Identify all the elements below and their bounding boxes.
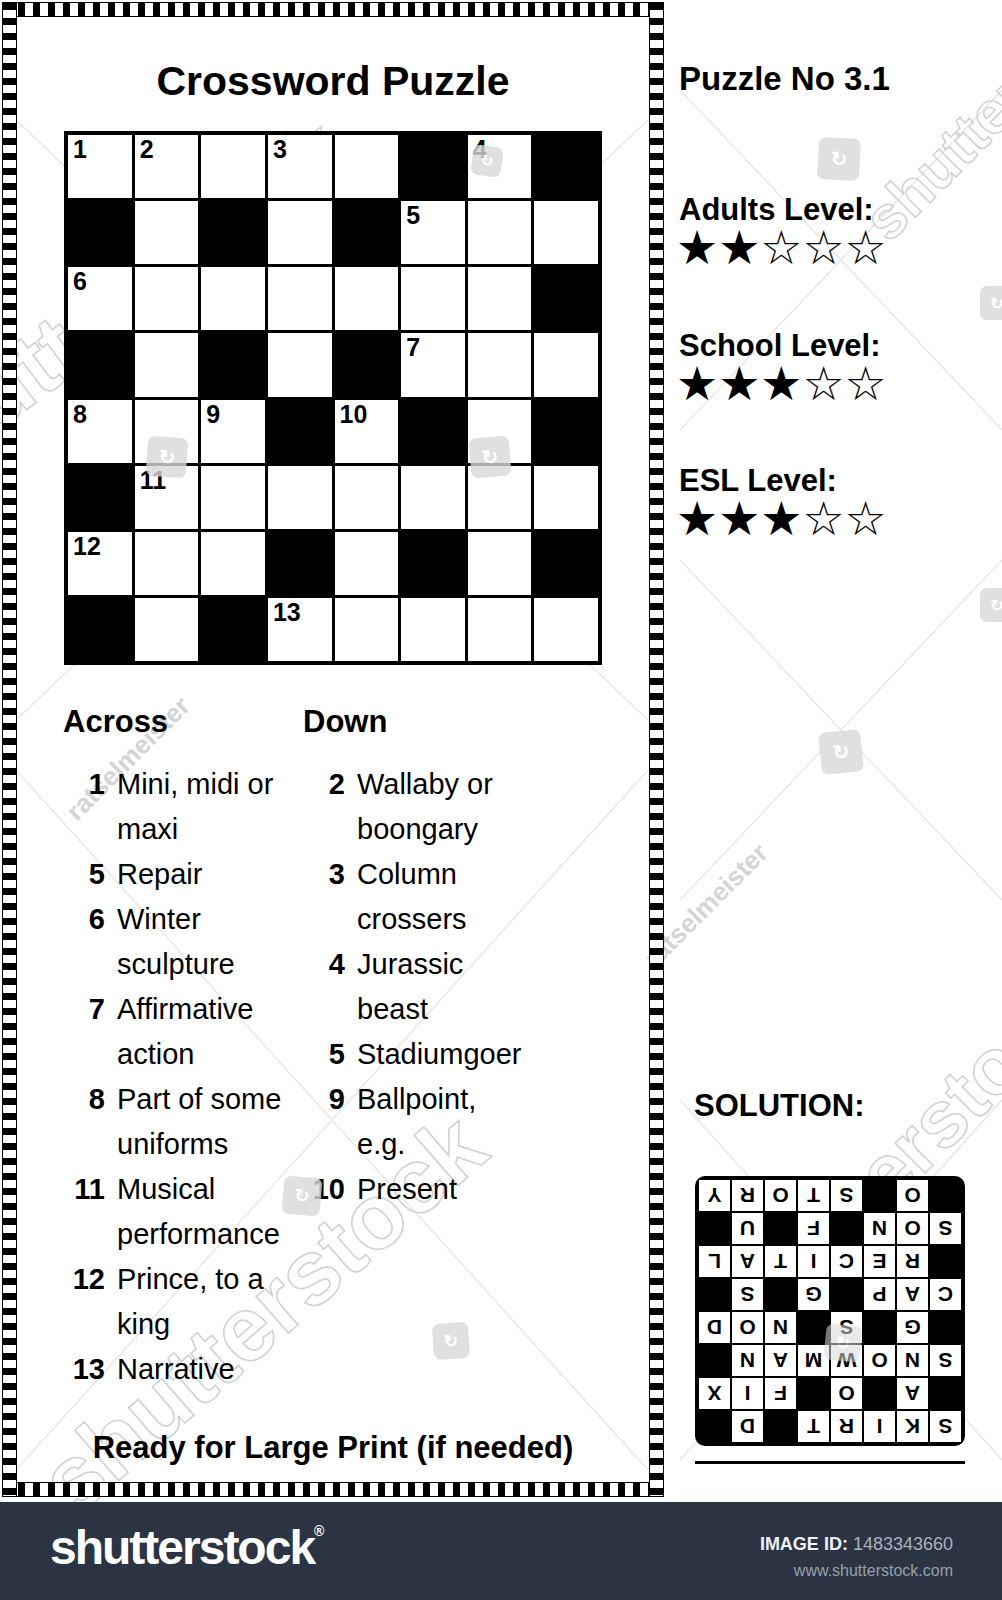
across-clue-list: 1Mini, midi or maxi5Repair6Winter sculpt… — [63, 762, 307, 1392]
grid-cell-r5c7 — [468, 400, 532, 463]
cell-number: 10 — [340, 402, 368, 427]
grid-cell-r8c2 — [135, 598, 199, 661]
clue-item: 10Present — [303, 1167, 531, 1212]
grid-cell-r4c6: 7 — [401, 333, 465, 396]
grid-cell-r2c2: A — [897, 1378, 928, 1409]
grid-cell-r5c1: C — [930, 1279, 961, 1310]
grid-cell-r1c1: 1 — [68, 135, 132, 198]
grid-cell-r6c6: T — [765, 1246, 796, 1277]
clue-text: Part of some uniforms — [117, 1077, 307, 1167]
grid-cell-r2c6: 5 — [401, 201, 465, 264]
solution-letter: S — [831, 1312, 862, 1343]
cell-number: 3 — [273, 137, 287, 162]
cell-number: 6 — [73, 269, 87, 294]
grid-cell-r5c6 — [765, 1279, 796, 1310]
clue-number: 11 — [63, 1167, 117, 1257]
clue-text: Prince, to a king — [117, 1257, 307, 1347]
grid-cell-r5c2 — [135, 400, 199, 463]
grid-cell-r3c5 — [335, 267, 399, 330]
clue-number: 5 — [303, 1032, 357, 1077]
grid-cell-r2c8 — [534, 201, 598, 264]
clue-text: Repair — [117, 852, 307, 897]
image-id: IMAGE ID: 1483343660 — [760, 1534, 953, 1555]
grid-cell-r4c3 — [864, 1312, 895, 1343]
grid-cell-r2c5 — [335, 201, 399, 264]
grid-cell-r7c5 — [335, 532, 399, 595]
clue-item: 9Ballpoint, e.g. — [303, 1077, 531, 1167]
shutterstock-logo: shutterstock® — [50, 1520, 324, 1575]
large-print-note: Ready for Large Print (if needed) — [16, 1430, 650, 1466]
cell-number: 9 — [206, 402, 220, 427]
solution-letter: N — [765, 1312, 796, 1343]
solution-letter: S — [732, 1279, 763, 1310]
clue-text: Affirmative action — [117, 987, 307, 1077]
stock-image-page: shutterstock shutterstock shutterstock s… — [0, 0, 1002, 1600]
puzzle-number: Puzzle No 3.1 — [679, 60, 890, 98]
grid-cell-r3c1: S — [930, 1345, 961, 1376]
shutterstock-footer-bar: shutterstock® IMAGE ID: 1483343660 www.s… — [0, 1502, 1002, 1600]
watermark-logo-icon: ↻ — [432, 1322, 470, 1360]
grid-cell-r6c3: E — [864, 1246, 895, 1277]
grid-cell-r5c4 — [831, 1279, 862, 1310]
grid-cell-r5c6 — [401, 400, 465, 463]
clue-item: 5Stadiumgoer — [303, 1032, 531, 1077]
solution-letter: C — [930, 1279, 961, 1310]
solution-letter: N — [897, 1345, 928, 1376]
solution-letter: F — [798, 1213, 829, 1244]
solution-underline — [695, 1461, 965, 1464]
grid-cell-r3c8 — [699, 1345, 730, 1376]
solution-letter: O — [732, 1312, 763, 1343]
grid-cell-r1c5 — [335, 135, 399, 198]
grid-cell-r8c5 — [335, 598, 399, 661]
school-level-stars: ★★★☆☆ — [676, 360, 887, 407]
solution-letter: U — [732, 1213, 763, 1244]
grid-cell-r3c2 — [135, 267, 199, 330]
grid-cell-r7c8 — [699, 1213, 730, 1244]
grid-cell-r3c1: 6 — [68, 267, 132, 330]
solution-letter: O — [864, 1345, 895, 1376]
clue-text: Mini, midi or maxi — [117, 762, 307, 852]
solution-grid: SKIRTDAOFIXSNOWMANGSNODCAPGSRECITALSONFU… — [695, 1176, 965, 1446]
clue-item: 5Repair — [63, 852, 307, 897]
grid-cell-r5c1: 8 — [68, 400, 132, 463]
grid-cell-r2c5 — [798, 1378, 829, 1409]
cell-number: 8 — [73, 402, 87, 427]
solution-letter: I — [864, 1411, 895, 1442]
grid-cell-r3c8 — [534, 267, 598, 330]
clue-item: 12Prince, to a king — [63, 1257, 307, 1347]
grid-cell-r8c7 — [468, 598, 532, 661]
grid-cell-r1c8 — [534, 135, 598, 198]
grid-cell-r2c6: F — [765, 1378, 796, 1409]
grid-cell-r4c3 — [201, 333, 265, 396]
across-header: Across — [63, 704, 307, 740]
crossword-grid: 12345678910111213 — [64, 131, 602, 665]
clue-text: Musical performance — [117, 1167, 307, 1257]
down-header: Down — [303, 704, 531, 740]
grid-cell-r4c5 — [798, 1312, 829, 1343]
watermark-logo-icon: ↻ — [980, 286, 1002, 320]
grid-cell-r7c5: F — [798, 1213, 829, 1244]
solution-letter: D — [699, 1312, 730, 1343]
solution-letter: I — [798, 1246, 829, 1277]
solution-letter: I — [732, 1378, 763, 1409]
clue-number: 13 — [63, 1347, 117, 1392]
clue-item: 4Jurassic beast — [303, 942, 531, 1032]
solution-letter: L — [699, 1246, 730, 1277]
solution-letter: N — [732, 1345, 763, 1376]
grid-cell-r3c4: W — [831, 1345, 862, 1376]
solution-letter: G — [897, 1312, 928, 1343]
solution-heading: SOLUTION: — [694, 1088, 865, 1124]
grid-cell-r6c1 — [68, 466, 132, 529]
grid-cell-r8c4: 13 — [268, 598, 332, 661]
grid-cell-r7c2 — [135, 532, 199, 595]
clue-number: 4 — [303, 942, 357, 1032]
solution-letter: T — [765, 1246, 796, 1277]
grid-cell-r5c5: 10 — [335, 400, 399, 463]
solution-letter: A — [897, 1279, 928, 1310]
adults-level-stars: ★★☆☆☆ — [676, 224, 887, 271]
grid-cell-r2c8: X — [699, 1378, 730, 1409]
grid-cell-r8c1 — [68, 598, 132, 661]
grid-cell-r8c3 — [201, 598, 265, 661]
grid-cell-r3c7: N — [732, 1345, 763, 1376]
cell-number: 1 — [73, 137, 87, 162]
grid-cell-r1c7: 4 — [468, 135, 532, 198]
grid-cell-r3c2: N — [897, 1345, 928, 1376]
solution-letter: S — [930, 1345, 961, 1376]
grid-cell-r4c6: N — [765, 1312, 796, 1343]
grid-cell-r5c3: 9 — [201, 400, 265, 463]
solution-letter: R — [897, 1246, 928, 1277]
clue-number: 1 — [63, 762, 117, 852]
cell-number: 7 — [406, 335, 420, 360]
grid-cell-r6c1 — [930, 1246, 961, 1277]
clue-number: 2 — [303, 762, 357, 852]
checkered-border-left — [2, 2, 17, 1497]
grid-cell-r3c6: A — [765, 1345, 796, 1376]
solution-letter: Y — [699, 1180, 730, 1211]
grid-cell-r1c4: R — [831, 1411, 862, 1442]
solution-letter: W — [831, 1345, 862, 1376]
checkered-border-top — [2, 2, 664, 17]
esl-level-stars: ★★★☆☆ — [676, 495, 887, 542]
clue-item: 6Winter sculpture — [63, 897, 307, 987]
grid-cell-r6c3 — [201, 466, 265, 529]
grid-cell-r5c2: A — [897, 1279, 928, 1310]
clue-text: Winter sculpture — [117, 897, 307, 987]
grid-cell-r4c8: D — [699, 1312, 730, 1343]
cell-number: 13 — [273, 600, 301, 625]
solution-letter: N — [864, 1213, 895, 1244]
grid-cell-r2c4 — [268, 201, 332, 264]
grid-cell-r1c2: 2 — [135, 135, 199, 198]
grid-cell-r6c6 — [401, 466, 465, 529]
clue-text: Present — [357, 1167, 531, 1212]
grid-cell-r6c8: L — [699, 1246, 730, 1277]
cell-number: 11 — [140, 468, 166, 493]
watermark-logo-icon: ↻ — [980, 588, 1002, 622]
grid-cell-r6c2: R — [897, 1246, 928, 1277]
grid-cell-r7c2: O — [897, 1213, 928, 1244]
grid-cell-r6c7 — [468, 466, 532, 529]
cell-number: 2 — [140, 137, 154, 162]
clue-text: Jurassic beast — [357, 942, 531, 1032]
registered-mark: ® — [314, 1523, 324, 1539]
grid-cell-r8c6 — [401, 598, 465, 661]
grid-cell-r8c3 — [864, 1180, 895, 1211]
solution-letter: A — [897, 1378, 928, 1409]
clue-item: 11Musical performance — [63, 1167, 307, 1257]
clue-item: 13Narrative — [63, 1347, 307, 1392]
grid-cell-r1c5: T — [798, 1411, 829, 1442]
solution-letter: F — [765, 1378, 796, 1409]
checkered-border-right — [649, 2, 664, 1497]
solution-letter: C — [831, 1246, 862, 1277]
grid-cell-r3c4 — [268, 267, 332, 330]
clue-number: 8 — [63, 1077, 117, 1167]
grid-cell-r4c4: S — [831, 1312, 862, 1343]
grid-cell-r8c2: O — [897, 1180, 928, 1211]
grid-cell-r6c4 — [268, 466, 332, 529]
grid-cell-r6c4: C — [831, 1246, 862, 1277]
solution-letter: E — [864, 1246, 895, 1277]
solution-letter: D — [732, 1411, 763, 1442]
clue-item: 1Mini, midi or maxi — [63, 762, 307, 852]
grid-cell-r5c4 — [268, 400, 332, 463]
grid-cell-r1c3: I — [864, 1411, 895, 1442]
grid-cell-r8c5: T — [798, 1180, 829, 1211]
grid-cell-r5c5: G — [798, 1279, 829, 1310]
clue-item: 8Part of some uniforms — [63, 1077, 307, 1167]
grid-cell-r7c3 — [201, 532, 265, 595]
grid-cell-r7c4 — [831, 1213, 862, 1244]
grid-cell-r2c3 — [201, 201, 265, 264]
grid-cell-r4c7 — [468, 333, 532, 396]
grid-cell-r3c7 — [468, 267, 532, 330]
grid-cell-r4c1 — [930, 1312, 961, 1343]
grid-cell-r4c1 — [68, 333, 132, 396]
grid-cell-r5c8 — [699, 1279, 730, 1310]
solution-letter: K — [897, 1411, 928, 1442]
grid-cell-r7c8 — [534, 532, 598, 595]
clue-number: 9 — [303, 1077, 357, 1167]
watermark-logo-icon: ↻ — [818, 729, 864, 775]
grid-cell-r8c8 — [534, 598, 598, 661]
across-clues: Across 1Mini, midi or maxi5Repair6Winter… — [63, 704, 307, 1392]
solution-letter: O — [897, 1213, 928, 1244]
grid-cell-r6c5: I — [798, 1246, 829, 1277]
clue-text: Wallaby or boongary — [357, 762, 531, 852]
grid-cell-r1c6 — [765, 1411, 796, 1442]
solution-letter: G — [798, 1279, 829, 1310]
grid-cell-r7c7: U — [732, 1213, 763, 1244]
solution-letter: P — [864, 1279, 895, 1310]
cell-number: 12 — [73, 534, 101, 559]
grid-cell-r1c2: K — [897, 1411, 928, 1442]
clue-number: 3 — [303, 852, 357, 942]
clue-text: Narrative — [117, 1347, 307, 1392]
grid-cell-r1c8 — [699, 1411, 730, 1442]
grid-cell-r7c1: 12 — [68, 532, 132, 595]
cell-number: 5 — [406, 203, 420, 228]
solution-letter: S — [930, 1213, 961, 1244]
clue-item: 3Column crossers — [303, 852, 531, 942]
grid-cell-r3c3: O — [864, 1345, 895, 1376]
grid-cell-r2c7: I — [732, 1378, 763, 1409]
grid-cell-r2c1 — [68, 201, 132, 264]
grid-cell-r6c8 — [534, 466, 598, 529]
clue-text: Stadiumgoer — [357, 1032, 531, 1077]
solution-letter: O — [765, 1180, 796, 1211]
grid-cell-r4c5 — [335, 333, 399, 396]
grid-cell-r1c7: D — [732, 1411, 763, 1442]
grid-cell-r8c8: Y — [699, 1180, 730, 1211]
grid-cell-r2c4: O — [831, 1378, 862, 1409]
grid-cell-r7c3: N — [864, 1213, 895, 1244]
checkered-border-bottom — [2, 1482, 664, 1497]
grid-cell-r5c8 — [534, 400, 598, 463]
grid-cell-r7c4 — [268, 532, 332, 595]
page-title: Crossword Puzzle — [16, 58, 650, 105]
solution-letter: S — [930, 1411, 961, 1442]
clue-number: 6 — [63, 897, 117, 987]
grid-cell-r6c7: A — [732, 1246, 763, 1277]
solution-letter: O — [831, 1378, 862, 1409]
grid-cell-r8c1 — [930, 1180, 961, 1211]
grid-cell-r8c6: O — [765, 1180, 796, 1211]
grid-cell-r2c2 — [135, 201, 199, 264]
grid-cell-r1c6 — [401, 135, 465, 198]
grid-cell-r5c3: P — [864, 1279, 895, 1310]
grid-cell-r2c3 — [864, 1378, 895, 1409]
grid-cell-r2c7 — [468, 201, 532, 264]
solution-letter: O — [897, 1180, 928, 1211]
grid-cell-r7c6 — [401, 532, 465, 595]
down-clues: Down 2Wallaby or boongary3Column crosser… — [303, 704, 531, 1212]
grid-cell-r7c6 — [765, 1213, 796, 1244]
grid-cell-r4c4 — [268, 333, 332, 396]
grid-cell-r1c1: S — [930, 1411, 961, 1442]
clue-text: Ballpoint, e.g. — [357, 1077, 531, 1167]
grid-cell-r8c7: R — [732, 1180, 763, 1211]
solution-letter: A — [765, 1345, 796, 1376]
clue-number: 12 — [63, 1257, 117, 1347]
grid-cell-r3c3 — [201, 267, 265, 330]
grid-cell-r4c2 — [135, 333, 199, 396]
grid-cell-r1c3 — [201, 135, 265, 198]
grid-cell-r3c6 — [401, 267, 465, 330]
solution-letter: M — [798, 1345, 829, 1376]
clue-number: 5 — [63, 852, 117, 897]
grid-cell-r1c4: 3 — [268, 135, 332, 198]
grid-cell-r6c2: 11 — [135, 466, 199, 529]
clue-number: 7 — [63, 987, 117, 1077]
grid-cell-r8c4: S — [831, 1180, 862, 1211]
down-clue-list: 2Wallaby or boongary3Column crossers4Jur… — [303, 762, 531, 1212]
solution-letter: T — [798, 1180, 829, 1211]
grid-cell-r3c5: M — [798, 1345, 829, 1376]
solution-letter: S — [831, 1180, 862, 1211]
solution-letter: T — [798, 1411, 829, 1442]
cell-number: 4 — [473, 137, 487, 162]
grid-cell-r4c8 — [534, 333, 598, 396]
grid-cell-r7c1: S — [930, 1213, 961, 1244]
solution-letter: R — [831, 1411, 862, 1442]
grid-cell-r5c7: S — [732, 1279, 763, 1310]
solution-letter: A — [732, 1246, 763, 1277]
solution-letter: X — [699, 1378, 730, 1409]
grid-cell-r4c7: O — [732, 1312, 763, 1343]
solution-letter: R — [732, 1180, 763, 1211]
grid-cell-r7c7 — [468, 532, 532, 595]
clue-item: 2Wallaby or boongary — [303, 762, 531, 852]
grid-cell-r6c5 — [335, 466, 399, 529]
watermark-logo-icon: ↻ — [817, 137, 861, 181]
clue-number: 10 — [303, 1167, 357, 1212]
grid-cell-r4c2: G — [897, 1312, 928, 1343]
site-url: www.shutterstock.com — [794, 1562, 953, 1580]
grid-cell-r2c1 — [930, 1378, 961, 1409]
clue-text: Column crossers — [357, 852, 531, 942]
clue-item: 7Affirmative action — [63, 987, 307, 1077]
